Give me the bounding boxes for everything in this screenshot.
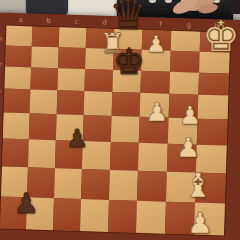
square-c6[interactable] — [57, 68, 85, 91]
clock-plunger[interactable] — [149, 0, 156, 3]
player-hand — [168, 0, 220, 18]
square-c5[interactable] — [57, 90, 85, 115]
square-a7[interactable] — [5, 46, 32, 68]
square-c1[interactable] — [53, 198, 81, 231]
captured-dark-piece[interactable]: ♛ — [109, 0, 147, 36]
square-b4[interactable] — [29, 113, 57, 140]
square-b8[interactable] — [32, 26, 60, 47]
square-e5[interactable] — [112, 92, 141, 117]
square-a8[interactable] — [6, 26, 33, 47]
square-h6[interactable] — [198, 73, 229, 96]
black-pawn-a2[interactable]: ♟ — [13, 190, 38, 218]
rank-label-8: 8 — [0, 26, 5, 52]
white-pawn-g5[interactable]: ♟ — [179, 103, 201, 128]
white-pawn-f5[interactable]: ♟ — [145, 99, 168, 125]
square-b3[interactable] — [28, 139, 56, 168]
white-pawn-g4[interactable]: ♟ — [176, 134, 200, 161]
square-h5[interactable] — [198, 95, 229, 120]
white-pawn-h2[interactable]: ♟ — [187, 209, 213, 238]
square-g7[interactable] — [170, 51, 200, 73]
square-c8[interactable] — [59, 27, 87, 48]
chess-photo-scene: abcdefgh 87654321 ♜♚♟♚♟♟♟♝♟♟♟♛♟ — [0, 0, 240, 240]
square-d2[interactable] — [81, 169, 110, 200]
file-label-b: b — [34, 15, 62, 27]
black-pawn-c4[interactable]: ♟ — [66, 126, 88, 151]
square-g8[interactable] — [171, 31, 201, 52]
square-h4[interactable] — [197, 119, 228, 146]
square-f3[interactable] — [138, 143, 168, 172]
square-g6[interactable] — [169, 72, 199, 95]
white-king-h8[interactable]: ♚ — [202, 16, 240, 58]
square-a6[interactable] — [4, 67, 31, 90]
square-b5[interactable] — [30, 89, 58, 114]
square-a3[interactable] — [2, 139, 29, 168]
square-e2[interactable] — [109, 170, 138, 201]
square-e1[interactable] — [108, 200, 137, 233]
square-d5[interactable] — [84, 91, 113, 116]
file-label-f: f — [146, 19, 174, 31]
file-label-a: a — [6, 15, 34, 27]
file-label-c: c — [62, 16, 90, 28]
square-f2[interactable] — [137, 171, 167, 202]
square-f1[interactable] — [136, 201, 166, 234]
square-b7[interactable] — [31, 46, 59, 68]
square-e3[interactable] — [110, 142, 139, 171]
square-e4[interactable] — [111, 116, 140, 143]
black-king-e7[interactable]: ♚ — [113, 44, 145, 80]
square-b6[interactable] — [30, 67, 58, 90]
white-bishop-g2[interactable]: ♝ — [183, 168, 213, 202]
square-c7[interactable] — [58, 47, 86, 69]
white-pawn-f7[interactable]: ♟ — [146, 33, 167, 56]
square-c2[interactable] — [54, 168, 82, 199]
square-d6[interactable] — [84, 69, 113, 92]
square-a4[interactable] — [3, 113, 30, 140]
square-d1[interactable] — [80, 199, 109, 232]
file-label-g: g — [174, 20, 202, 32]
square-a5[interactable] — [4, 89, 31, 114]
